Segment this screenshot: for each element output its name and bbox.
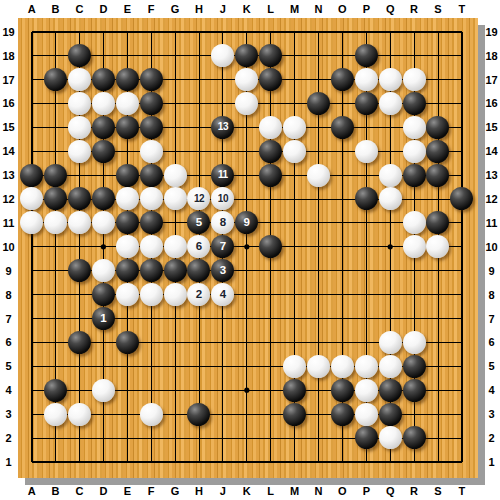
point-H19[interactable] <box>187 20 211 44</box>
point-S18[interactable] <box>426 44 450 68</box>
point-L16[interactable] <box>259 91 283 115</box>
point-G12[interactable] <box>163 187 187 211</box>
point-F10[interactable] <box>139 235 163 259</box>
point-K7[interactable] <box>235 307 259 331</box>
point-J17[interactable] <box>211 68 235 92</box>
point-J19[interactable] <box>211 20 235 44</box>
point-F9[interactable] <box>139 259 163 283</box>
point-F17[interactable] <box>139 68 163 92</box>
point-E12[interactable] <box>115 187 139 211</box>
point-G16[interactable] <box>163 91 187 115</box>
point-T11[interactable] <box>450 211 474 235</box>
point-C9[interactable] <box>68 259 92 283</box>
point-Q8[interactable] <box>378 283 402 307</box>
point-N3[interactable] <box>307 402 331 426</box>
point-O2[interactable] <box>330 426 354 450</box>
point-A15[interactable] <box>20 115 44 139</box>
point-L3[interactable] <box>259 402 283 426</box>
point-C7[interactable] <box>68 307 92 331</box>
point-J4[interactable] <box>211 378 235 402</box>
point-G4[interactable] <box>163 378 187 402</box>
point-K10[interactable] <box>235 235 259 259</box>
point-T19[interactable] <box>450 20 474 44</box>
point-S9[interactable] <box>426 259 450 283</box>
point-C2[interactable] <box>68 426 92 450</box>
point-J11[interactable]: 8 <box>211 211 235 235</box>
point-P1[interactable] <box>354 450 378 474</box>
point-K9[interactable] <box>235 259 259 283</box>
point-J16[interactable] <box>211 91 235 115</box>
point-R17[interactable] <box>402 68 426 92</box>
point-H13[interactable] <box>187 163 211 187</box>
point-L15[interactable] <box>259 115 283 139</box>
point-E4[interactable] <box>115 378 139 402</box>
point-P3[interactable] <box>354 402 378 426</box>
point-B6[interactable] <box>44 330 68 354</box>
point-B17[interactable] <box>44 68 68 92</box>
point-H2[interactable] <box>187 426 211 450</box>
point-G18[interactable] <box>163 44 187 68</box>
point-M11[interactable] <box>283 211 307 235</box>
point-R15[interactable] <box>402 115 426 139</box>
point-N12[interactable] <box>307 187 331 211</box>
go-board[interactable]: 13111210589673241 <box>18 18 478 478</box>
point-B4[interactable] <box>44 378 68 402</box>
point-F11[interactable] <box>139 211 163 235</box>
point-G5[interactable] <box>163 354 187 378</box>
point-B13[interactable] <box>44 163 68 187</box>
point-A10[interactable] <box>20 235 44 259</box>
point-C11[interactable] <box>68 211 92 235</box>
point-T14[interactable] <box>450 139 474 163</box>
point-O19[interactable] <box>330 20 354 44</box>
point-G11[interactable] <box>163 211 187 235</box>
point-L4[interactable] <box>259 378 283 402</box>
point-E13[interactable] <box>115 163 139 187</box>
point-T6[interactable] <box>450 330 474 354</box>
point-D4[interactable] <box>91 378 115 402</box>
point-B14[interactable] <box>44 139 68 163</box>
point-B15[interactable] <box>44 115 68 139</box>
point-G3[interactable] <box>163 402 187 426</box>
point-S3[interactable] <box>426 402 450 426</box>
point-G14[interactable] <box>163 139 187 163</box>
point-M1[interactable] <box>283 450 307 474</box>
point-Q10[interactable] <box>378 235 402 259</box>
point-F14[interactable] <box>139 139 163 163</box>
point-L9[interactable] <box>259 259 283 283</box>
point-F6[interactable] <box>139 330 163 354</box>
point-D11[interactable] <box>91 211 115 235</box>
point-P13[interactable] <box>354 163 378 187</box>
point-Q14[interactable] <box>378 139 402 163</box>
point-K17[interactable] <box>235 68 259 92</box>
point-L7[interactable] <box>259 307 283 331</box>
point-R7[interactable] <box>402 307 426 331</box>
point-Q5[interactable] <box>378 354 402 378</box>
point-N4[interactable] <box>307 378 331 402</box>
point-M6[interactable] <box>283 330 307 354</box>
point-C10[interactable] <box>68 235 92 259</box>
point-C15[interactable] <box>68 115 92 139</box>
point-F1[interactable] <box>139 450 163 474</box>
point-F8[interactable] <box>139 283 163 307</box>
point-N14[interactable] <box>307 139 331 163</box>
point-Q4[interactable] <box>378 378 402 402</box>
point-O12[interactable] <box>330 187 354 211</box>
point-P2[interactable] <box>354 426 378 450</box>
point-D13[interactable] <box>91 163 115 187</box>
point-H10[interactable]: 6 <box>187 235 211 259</box>
point-O15[interactable] <box>330 115 354 139</box>
point-H6[interactable] <box>187 330 211 354</box>
point-F13[interactable] <box>139 163 163 187</box>
point-A14[interactable] <box>20 139 44 163</box>
point-J5[interactable] <box>211 354 235 378</box>
point-Q11[interactable] <box>378 211 402 235</box>
point-F7[interactable] <box>139 307 163 331</box>
point-C19[interactable] <box>68 20 92 44</box>
point-N2[interactable] <box>307 426 331 450</box>
point-K3[interactable] <box>235 402 259 426</box>
point-M5[interactable] <box>283 354 307 378</box>
point-D7[interactable]: 1 <box>91 307 115 331</box>
point-F15[interactable] <box>139 115 163 139</box>
point-S5[interactable] <box>426 354 450 378</box>
point-O10[interactable] <box>330 235 354 259</box>
point-S15[interactable] <box>426 115 450 139</box>
point-N16[interactable] <box>307 91 331 115</box>
point-G9[interactable] <box>163 259 187 283</box>
point-C16[interactable] <box>68 91 92 115</box>
point-A8[interactable] <box>20 283 44 307</box>
point-P9[interactable] <box>354 259 378 283</box>
point-E6[interactable] <box>115 330 139 354</box>
point-E2[interactable] <box>115 426 139 450</box>
point-R4[interactable] <box>402 378 426 402</box>
point-R6[interactable] <box>402 330 426 354</box>
point-A16[interactable] <box>20 91 44 115</box>
point-B19[interactable] <box>44 20 68 44</box>
point-S8[interactable] <box>426 283 450 307</box>
point-C1[interactable] <box>68 450 92 474</box>
point-O11[interactable] <box>330 211 354 235</box>
point-N7[interactable] <box>307 307 331 331</box>
point-H14[interactable] <box>187 139 211 163</box>
point-B7[interactable] <box>44 307 68 331</box>
point-O7[interactable] <box>330 307 354 331</box>
point-A19[interactable] <box>20 20 44 44</box>
point-C14[interactable] <box>68 139 92 163</box>
point-R10[interactable] <box>402 235 426 259</box>
point-O3[interactable] <box>330 402 354 426</box>
point-B2[interactable] <box>44 426 68 450</box>
point-N8[interactable] <box>307 283 331 307</box>
point-N11[interactable] <box>307 211 331 235</box>
point-Q17[interactable] <box>378 68 402 92</box>
point-R14[interactable] <box>402 139 426 163</box>
point-N10[interactable] <box>307 235 331 259</box>
point-M4[interactable] <box>283 378 307 402</box>
point-C18[interactable] <box>68 44 92 68</box>
point-A2[interactable] <box>20 426 44 450</box>
point-D17[interactable] <box>91 68 115 92</box>
point-T4[interactable] <box>450 378 474 402</box>
point-P5[interactable] <box>354 354 378 378</box>
point-K18[interactable] <box>235 44 259 68</box>
point-O13[interactable] <box>330 163 354 187</box>
point-L1[interactable] <box>259 450 283 474</box>
point-M17[interactable] <box>283 68 307 92</box>
point-A13[interactable] <box>20 163 44 187</box>
point-R2[interactable] <box>402 426 426 450</box>
point-S17[interactable] <box>426 68 450 92</box>
point-R12[interactable] <box>402 187 426 211</box>
point-T2[interactable] <box>450 426 474 450</box>
point-F18[interactable] <box>139 44 163 68</box>
point-B11[interactable] <box>44 211 68 235</box>
point-E16[interactable] <box>115 91 139 115</box>
point-K19[interactable] <box>235 20 259 44</box>
point-H11[interactable]: 5 <box>187 211 211 235</box>
point-S14[interactable] <box>426 139 450 163</box>
point-E14[interactable] <box>115 139 139 163</box>
point-A4[interactable] <box>20 378 44 402</box>
point-J10[interactable]: 7 <box>211 235 235 259</box>
point-S12[interactable] <box>426 187 450 211</box>
point-M16[interactable] <box>283 91 307 115</box>
point-A9[interactable] <box>20 259 44 283</box>
point-B5[interactable] <box>44 354 68 378</box>
point-J3[interactable] <box>211 402 235 426</box>
point-S6[interactable] <box>426 330 450 354</box>
point-T15[interactable] <box>450 115 474 139</box>
point-L19[interactable] <box>259 20 283 44</box>
point-G8[interactable] <box>163 283 187 307</box>
point-K11[interactable]: 9 <box>235 211 259 235</box>
point-A18[interactable] <box>20 44 44 68</box>
point-J1[interactable] <box>211 450 235 474</box>
point-L2[interactable] <box>259 426 283 450</box>
point-F3[interactable] <box>139 402 163 426</box>
point-G7[interactable] <box>163 307 187 331</box>
point-O1[interactable] <box>330 450 354 474</box>
point-D14[interactable] <box>91 139 115 163</box>
point-M14[interactable] <box>283 139 307 163</box>
point-D12[interactable] <box>91 187 115 211</box>
point-O6[interactable] <box>330 330 354 354</box>
point-T7[interactable] <box>450 307 474 331</box>
point-T5[interactable] <box>450 354 474 378</box>
point-E11[interactable] <box>115 211 139 235</box>
point-P19[interactable] <box>354 20 378 44</box>
point-L11[interactable] <box>259 211 283 235</box>
point-M13[interactable] <box>283 163 307 187</box>
point-H3[interactable] <box>187 402 211 426</box>
point-A17[interactable] <box>20 68 44 92</box>
point-F2[interactable] <box>139 426 163 450</box>
point-S13[interactable] <box>426 163 450 187</box>
point-K2[interactable] <box>235 426 259 450</box>
point-L6[interactable] <box>259 330 283 354</box>
point-S19[interactable] <box>426 20 450 44</box>
point-K1[interactable] <box>235 450 259 474</box>
point-C8[interactable] <box>68 283 92 307</box>
point-T13[interactable] <box>450 163 474 187</box>
point-D6[interactable] <box>91 330 115 354</box>
point-J8[interactable]: 4 <box>211 283 235 307</box>
point-O8[interactable] <box>330 283 354 307</box>
point-L12[interactable] <box>259 187 283 211</box>
point-O4[interactable] <box>330 378 354 402</box>
point-K8[interactable] <box>235 283 259 307</box>
point-P11[interactable] <box>354 211 378 235</box>
point-M8[interactable] <box>283 283 307 307</box>
point-J12[interactable]: 10 <box>211 187 235 211</box>
point-P14[interactable] <box>354 139 378 163</box>
point-Q7[interactable] <box>378 307 402 331</box>
point-R8[interactable] <box>402 283 426 307</box>
point-S7[interactable] <box>426 307 450 331</box>
point-E8[interactable] <box>115 283 139 307</box>
point-H16[interactable] <box>187 91 211 115</box>
point-T1[interactable] <box>450 450 474 474</box>
point-D9[interactable] <box>91 259 115 283</box>
point-T8[interactable] <box>450 283 474 307</box>
point-C17[interactable] <box>68 68 92 92</box>
point-E1[interactable] <box>115 450 139 474</box>
point-B16[interactable] <box>44 91 68 115</box>
point-B10[interactable] <box>44 235 68 259</box>
point-N13[interactable] <box>307 163 331 187</box>
point-D8[interactable] <box>91 283 115 307</box>
point-B8[interactable] <box>44 283 68 307</box>
point-F16[interactable] <box>139 91 163 115</box>
point-D19[interactable] <box>91 20 115 44</box>
point-T12[interactable] <box>450 187 474 211</box>
point-K15[interactable] <box>235 115 259 139</box>
point-H8[interactable]: 2 <box>187 283 211 307</box>
point-P4[interactable] <box>354 378 378 402</box>
point-B18[interactable] <box>44 44 68 68</box>
point-E17[interactable] <box>115 68 139 92</box>
point-G6[interactable] <box>163 330 187 354</box>
point-N1[interactable] <box>307 450 331 474</box>
point-P18[interactable] <box>354 44 378 68</box>
point-Q18[interactable] <box>378 44 402 68</box>
point-P15[interactable] <box>354 115 378 139</box>
point-O9[interactable] <box>330 259 354 283</box>
point-J18[interactable] <box>211 44 235 68</box>
point-G10[interactable] <box>163 235 187 259</box>
point-T18[interactable] <box>450 44 474 68</box>
point-R5[interactable] <box>402 354 426 378</box>
point-L10[interactable] <box>259 235 283 259</box>
point-Q12[interactable] <box>378 187 402 211</box>
point-L13[interactable] <box>259 163 283 187</box>
point-Q15[interactable] <box>378 115 402 139</box>
point-B3[interactable] <box>44 402 68 426</box>
point-R13[interactable] <box>402 163 426 187</box>
point-D10[interactable] <box>91 235 115 259</box>
point-A1[interactable] <box>20 450 44 474</box>
point-L14[interactable] <box>259 139 283 163</box>
point-P10[interactable] <box>354 235 378 259</box>
point-F5[interactable] <box>139 354 163 378</box>
point-P12[interactable] <box>354 187 378 211</box>
point-D18[interactable] <box>91 44 115 68</box>
point-C6[interactable] <box>68 330 92 354</box>
point-G1[interactable] <box>163 450 187 474</box>
point-N5[interactable] <box>307 354 331 378</box>
point-M12[interactable] <box>283 187 307 211</box>
point-A6[interactable] <box>20 330 44 354</box>
point-F12[interactable] <box>139 187 163 211</box>
point-K12[interactable] <box>235 187 259 211</box>
point-N17[interactable] <box>307 68 331 92</box>
point-N9[interactable] <box>307 259 331 283</box>
point-L18[interactable] <box>259 44 283 68</box>
point-E15[interactable] <box>115 115 139 139</box>
point-P7[interactable] <box>354 307 378 331</box>
point-S11[interactable] <box>426 211 450 235</box>
point-R19[interactable] <box>402 20 426 44</box>
point-H12[interactable]: 12 <box>187 187 211 211</box>
point-D5[interactable] <box>91 354 115 378</box>
point-E5[interactable] <box>115 354 139 378</box>
point-T17[interactable] <box>450 68 474 92</box>
point-D15[interactable] <box>91 115 115 139</box>
point-N19[interactable] <box>307 20 331 44</box>
point-E9[interactable] <box>115 259 139 283</box>
point-H15[interactable] <box>187 115 211 139</box>
point-J6[interactable] <box>211 330 235 354</box>
point-A3[interactable] <box>20 402 44 426</box>
point-D1[interactable] <box>91 450 115 474</box>
point-F19[interactable] <box>139 20 163 44</box>
point-Q19[interactable] <box>378 20 402 44</box>
point-D2[interactable] <box>91 426 115 450</box>
point-Q2[interactable] <box>378 426 402 450</box>
point-C5[interactable] <box>68 354 92 378</box>
point-K5[interactable] <box>235 354 259 378</box>
point-C13[interactable] <box>68 163 92 187</box>
point-S2[interactable] <box>426 426 450 450</box>
point-M3[interactable] <box>283 402 307 426</box>
point-Q16[interactable] <box>378 91 402 115</box>
point-O17[interactable] <box>330 68 354 92</box>
point-E19[interactable] <box>115 20 139 44</box>
point-M18[interactable] <box>283 44 307 68</box>
point-T16[interactable] <box>450 91 474 115</box>
point-A5[interactable] <box>20 354 44 378</box>
point-R18[interactable] <box>402 44 426 68</box>
point-Q3[interactable] <box>378 402 402 426</box>
point-S1[interactable] <box>426 450 450 474</box>
point-D3[interactable] <box>91 402 115 426</box>
point-J13[interactable]: 11 <box>211 163 235 187</box>
point-D16[interactable] <box>91 91 115 115</box>
point-G15[interactable] <box>163 115 187 139</box>
point-R16[interactable] <box>402 91 426 115</box>
point-P17[interactable] <box>354 68 378 92</box>
point-A11[interactable] <box>20 211 44 235</box>
point-B9[interactable] <box>44 259 68 283</box>
point-O14[interactable] <box>330 139 354 163</box>
point-M10[interactable] <box>283 235 307 259</box>
point-B1[interactable] <box>44 450 68 474</box>
point-K13[interactable] <box>235 163 259 187</box>
